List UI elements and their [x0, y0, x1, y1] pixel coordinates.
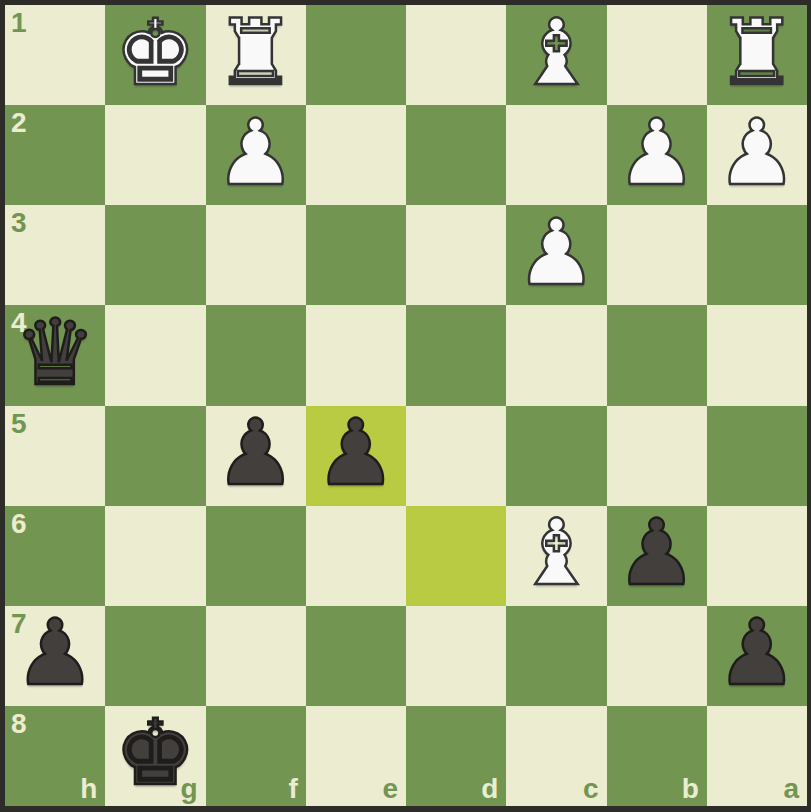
chess-board-frame: 1♚♜♝♜2♟♟♟3♟4♛5♟♟6♝♟7♟♟8hg♚fedcba [0, 0, 811, 812]
square-b7[interactable] [607, 606, 707, 706]
square-f8[interactable]: f [206, 706, 306, 806]
square-f6[interactable] [206, 506, 306, 606]
square-e2[interactable] [306, 105, 406, 205]
square-h1[interactable]: 1 [5, 5, 105, 105]
square-c4[interactable] [506, 305, 606, 405]
square-f4[interactable] [206, 305, 306, 405]
piece-white-rook-f1[interactable]: ♜ [215, 7, 297, 98]
piece-black-king-g8[interactable]: ♚ [115, 707, 197, 798]
square-g2[interactable] [105, 105, 205, 205]
file-label-b: b [682, 775, 699, 803]
square-a8[interactable]: a [707, 706, 807, 806]
square-d4[interactable] [406, 305, 506, 405]
square-f3[interactable] [206, 205, 306, 305]
square-c8[interactable]: c [506, 706, 606, 806]
square-c1[interactable]: ♝ [506, 5, 606, 105]
square-f2[interactable]: ♟ [206, 105, 306, 205]
square-e8[interactable]: e [306, 706, 406, 806]
square-g3[interactable] [105, 205, 205, 305]
square-d7[interactable] [406, 606, 506, 706]
square-g1[interactable]: ♚ [105, 5, 205, 105]
piece-black-pawn-e5[interactable]: ♟ [315, 407, 397, 498]
square-b5[interactable] [607, 406, 707, 506]
square-h7[interactable]: 7♟ [5, 606, 105, 706]
square-e6[interactable] [306, 506, 406, 606]
square-h2[interactable]: 2 [5, 105, 105, 205]
square-e4[interactable] [306, 305, 406, 405]
square-b2[interactable]: ♟ [607, 105, 707, 205]
square-f1[interactable]: ♜ [206, 5, 306, 105]
square-b1[interactable] [607, 5, 707, 105]
square-e1[interactable] [306, 5, 406, 105]
square-e7[interactable] [306, 606, 406, 706]
square-c7[interactable] [506, 606, 606, 706]
square-g4[interactable] [105, 305, 205, 405]
piece-black-pawn-b6[interactable]: ♟ [616, 507, 698, 598]
rank-label-5: 5 [11, 410, 27, 438]
square-b4[interactable] [607, 305, 707, 405]
file-label-f: f [288, 775, 297, 803]
square-b3[interactable] [607, 205, 707, 305]
square-h5[interactable]: 5 [5, 406, 105, 506]
square-c5[interactable] [506, 406, 606, 506]
piece-black-queen-h4[interactable]: ♛ [14, 307, 96, 398]
square-a1[interactable]: ♜ [707, 5, 807, 105]
piece-white-pawn-f2[interactable]: ♟ [215, 107, 297, 198]
square-h3[interactable]: 3 [5, 205, 105, 305]
square-g6[interactable] [105, 506, 205, 606]
piece-black-pawn-f5[interactable]: ♟ [215, 407, 297, 498]
piece-white-bishop-c1[interactable]: ♝ [516, 7, 598, 98]
square-d6[interactable] [406, 506, 506, 606]
piece-white-pawn-a2[interactable]: ♟ [716, 107, 798, 198]
square-e3[interactable] [306, 205, 406, 305]
rank-label-8: 8 [11, 710, 27, 738]
square-d1[interactable] [406, 5, 506, 105]
square-d2[interactable] [406, 105, 506, 205]
piece-white-pawn-c3[interactable]: ♟ [516, 207, 598, 298]
square-b8[interactable]: b [607, 706, 707, 806]
piece-white-bishop-c6[interactable]: ♝ [516, 507, 598, 598]
square-d3[interactable] [406, 205, 506, 305]
square-h4[interactable]: 4♛ [5, 305, 105, 405]
square-a7[interactable]: ♟ [707, 606, 807, 706]
square-a4[interactable] [707, 305, 807, 405]
chess-board: 1♚♜♝♜2♟♟♟3♟4♛5♟♟6♝♟7♟♟8hg♚fedcba [5, 5, 807, 806]
file-label-e: e [382, 775, 398, 803]
square-f7[interactable] [206, 606, 306, 706]
square-f5[interactable]: ♟ [206, 406, 306, 506]
square-c6[interactable]: ♝ [506, 506, 606, 606]
rank-label-3: 3 [11, 209, 27, 237]
square-d8[interactable]: d [406, 706, 506, 806]
square-a5[interactable] [707, 406, 807, 506]
square-c3[interactable]: ♟ [506, 205, 606, 305]
piece-black-pawn-h7[interactable]: ♟ [14, 607, 96, 698]
square-d5[interactable] [406, 406, 506, 506]
square-a3[interactable] [707, 205, 807, 305]
square-g7[interactable] [105, 606, 205, 706]
piece-white-pawn-b2[interactable]: ♟ [616, 107, 698, 198]
rank-label-1: 1 [11, 9, 27, 37]
square-c2[interactable] [506, 105, 606, 205]
square-a2[interactable]: ♟ [707, 105, 807, 205]
square-h6[interactable]: 6 [5, 506, 105, 606]
piece-black-pawn-a7[interactable]: ♟ [716, 607, 798, 698]
square-e5[interactable]: ♟ [306, 406, 406, 506]
rank-label-6: 6 [11, 510, 27, 538]
file-label-c: c [583, 775, 599, 803]
rank-label-2: 2 [11, 109, 27, 137]
file-label-a: a [783, 775, 799, 803]
square-g5[interactable] [105, 406, 205, 506]
square-g8[interactable]: g♚ [105, 706, 205, 806]
piece-white-rook-a1[interactable]: ♜ [716, 7, 798, 98]
file-label-d: d [481, 775, 498, 803]
square-a6[interactable] [707, 506, 807, 606]
square-b6[interactable]: ♟ [607, 506, 707, 606]
piece-white-king-g1[interactable]: ♚ [115, 7, 197, 98]
file-label-h: h [80, 775, 97, 803]
square-h8[interactable]: 8h [5, 706, 105, 806]
